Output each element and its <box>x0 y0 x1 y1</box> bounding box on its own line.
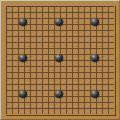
black-stone <box>55 54 63 62</box>
black-stone <box>19 54 27 62</box>
black-stone <box>19 18 27 26</box>
black-stone <box>91 18 99 26</box>
black-stone <box>91 90 99 98</box>
board-cell[interactable] <box>108 108 114 114</box>
black-stone <box>55 90 63 98</box>
black-stone <box>55 18 63 26</box>
go-board <box>0 0 120 120</box>
go-board-grid[interactable] <box>6 6 116 116</box>
black-stone <box>19 90 27 98</box>
black-stone <box>91 54 99 62</box>
